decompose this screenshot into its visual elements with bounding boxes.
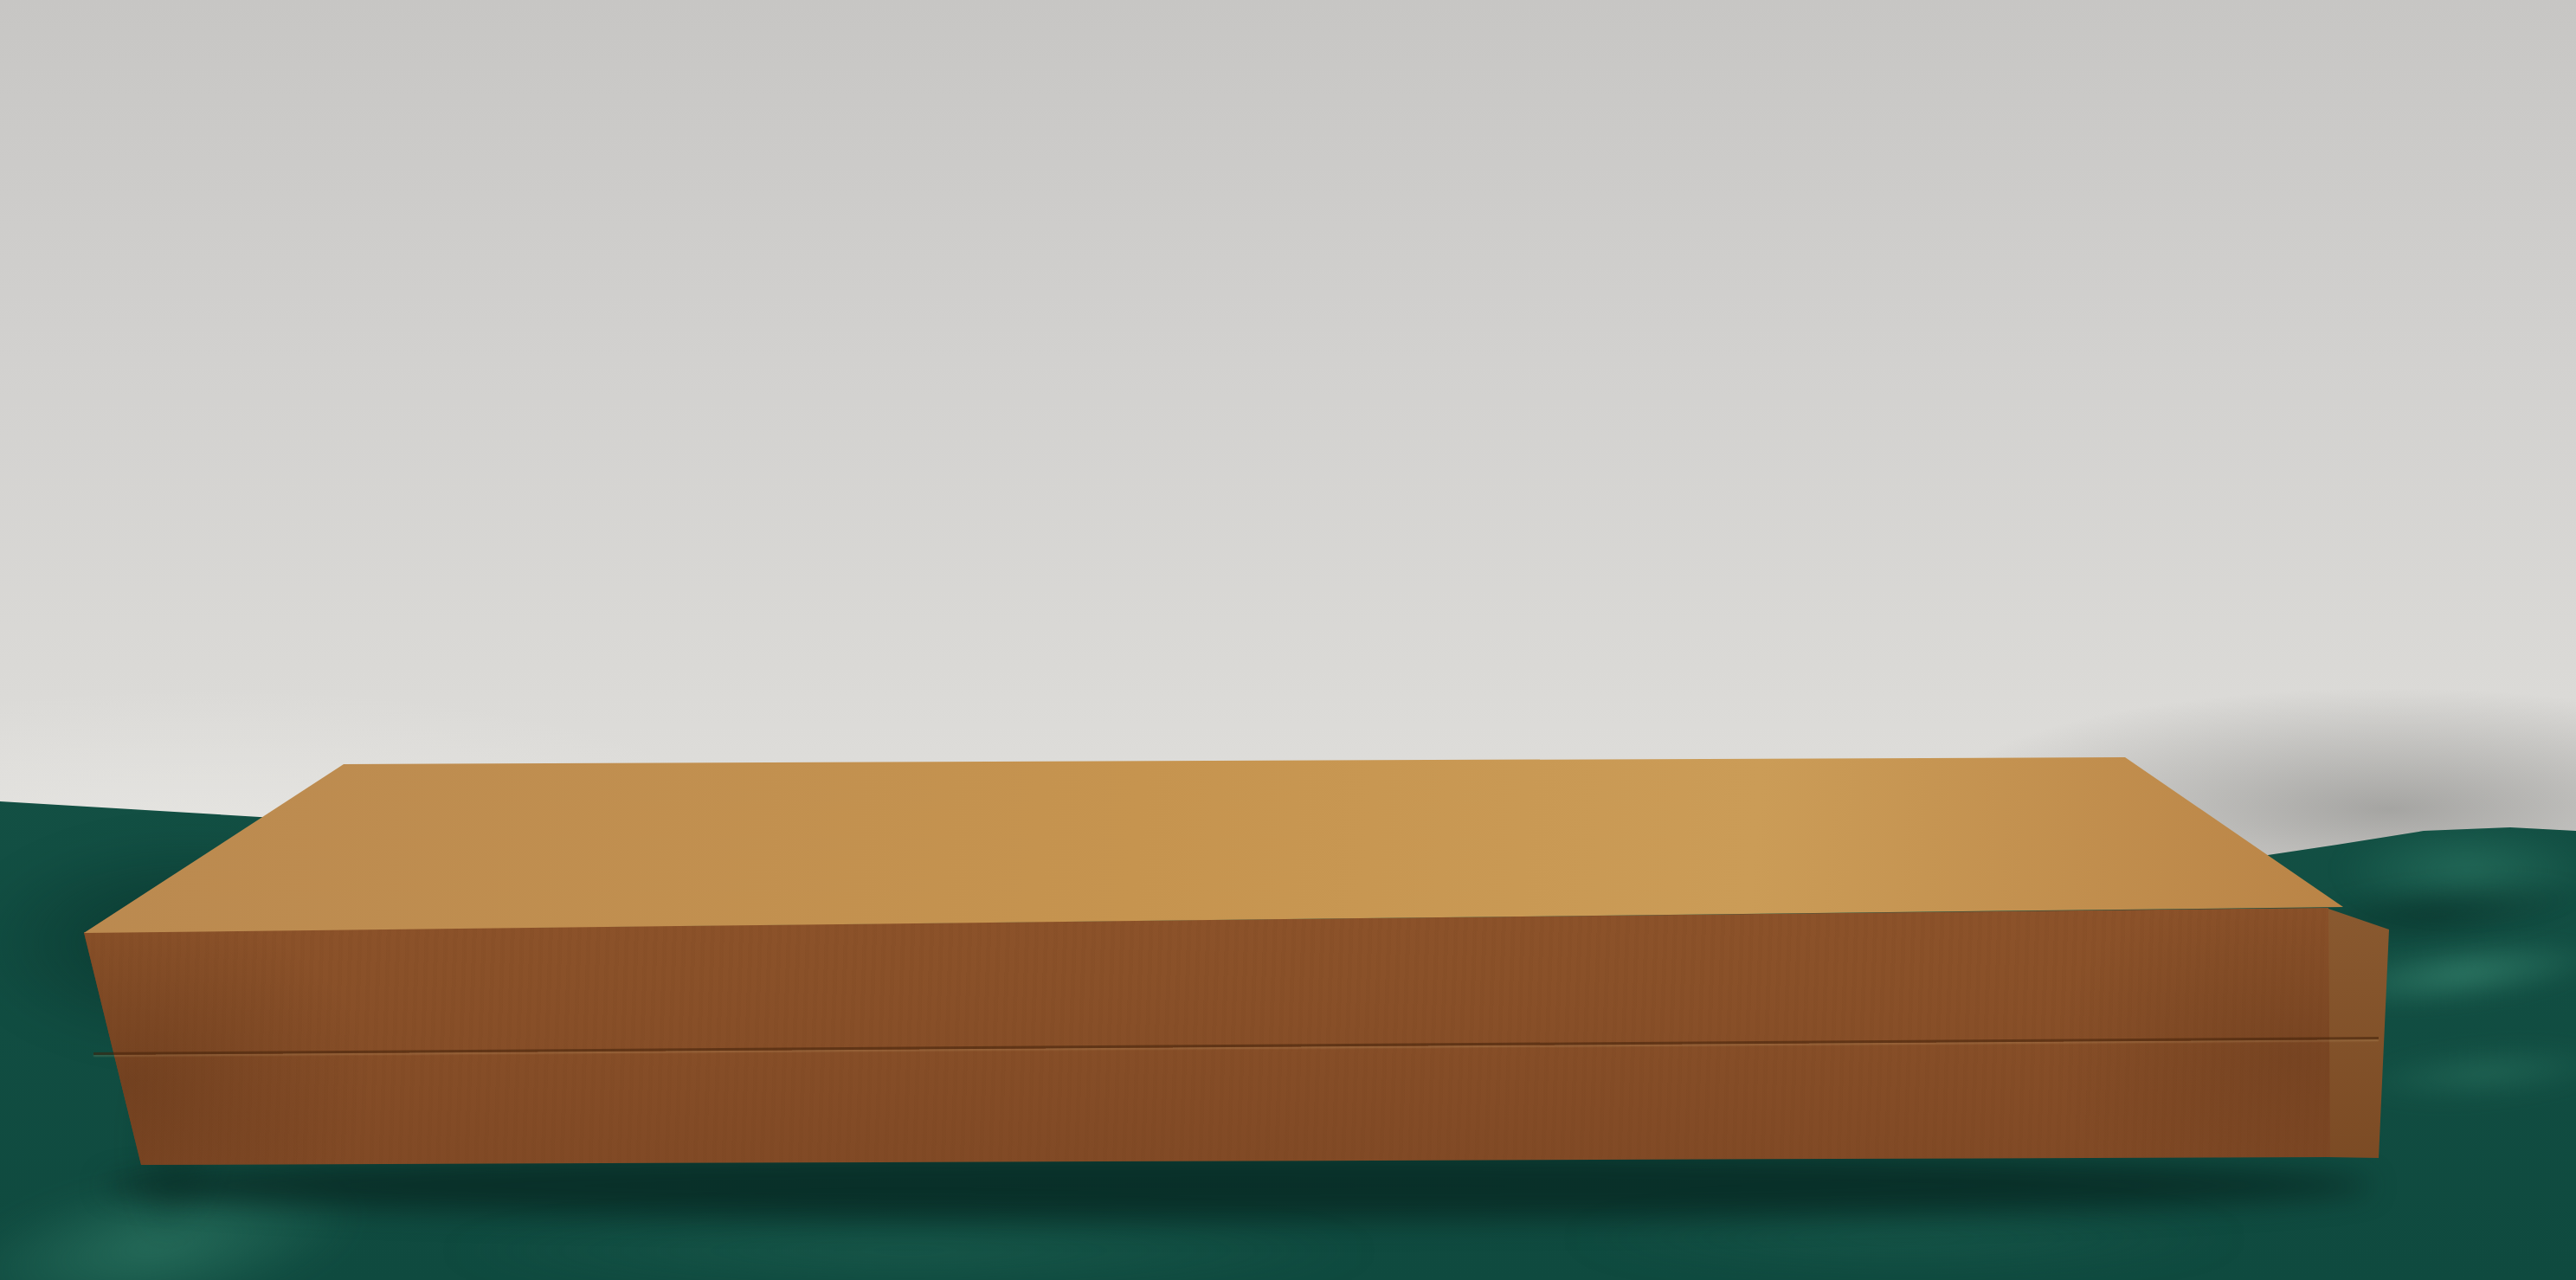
photo-stage	[0, 0, 2576, 1280]
cloth-fold-highlight	[2353, 1036, 2576, 1110]
cloth-fold-highlight	[433, 1212, 1385, 1280]
